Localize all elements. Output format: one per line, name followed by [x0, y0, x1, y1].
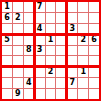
cell-r7c2[interactable] — [13, 67, 23, 77]
cell-r4c6[interactable] — [56, 35, 66, 45]
cell-r2c3[interactable] — [24, 13, 34, 23]
cell-r2c1: 6 — [2, 13, 12, 23]
cell-r6c1[interactable] — [2, 56, 12, 66]
cell-r8c7: 7 — [67, 78, 77, 88]
cell-r9c6[interactable] — [56, 89, 66, 99]
cell-r5c6[interactable] — [56, 46, 66, 56]
cell-r4c3[interactable] — [24, 35, 34, 45]
cell-r5c1[interactable] — [2, 46, 12, 56]
cell-r7c7[interactable] — [67, 67, 77, 77]
cell-r7c8: 1 — [78, 67, 88, 77]
cell-r6c7[interactable] — [67, 56, 77, 66]
cell-r1c6[interactable] — [56, 2, 66, 12]
cell-r8c2[interactable] — [13, 78, 23, 88]
cell-r3c6[interactable] — [56, 24, 66, 34]
cell-r2c5[interactable] — [46, 13, 56, 23]
cell-r4c9: 6 — [89, 35, 99, 45]
cell-r3c9[interactable] — [89, 24, 99, 34]
cell-r3c2[interactable] — [13, 24, 23, 34]
cell-r6c4[interactable] — [35, 56, 45, 66]
cell-r6c8[interactable] — [78, 56, 88, 66]
cell-r6c9[interactable] — [89, 56, 99, 66]
cell-r8c5[interactable] — [46, 78, 56, 88]
cell-r5c9[interactable] — [89, 46, 99, 56]
cell-r4c5: 1 — [46, 35, 56, 45]
cell-r3c7: 3 — [67, 24, 77, 34]
cell-r8c6[interactable] — [56, 78, 66, 88]
cell-r3c1[interactable] — [2, 24, 12, 34]
cell-r9c7[interactable] — [67, 89, 77, 99]
cell-r2c8[interactable] — [78, 13, 88, 23]
cell-r8c3: 4 — [24, 78, 34, 88]
cell-r9c1[interactable] — [2, 89, 12, 99]
cell-r2c9[interactable] — [89, 13, 99, 23]
cell-r2c7[interactable] — [67, 13, 77, 23]
cell-r6c6[interactable] — [56, 56, 66, 66]
cell-r8c1[interactable] — [2, 78, 12, 88]
cell-r8c9[interactable] — [89, 78, 99, 88]
cell-r8c4[interactable] — [35, 78, 45, 88]
cell-r9c9[interactable] — [89, 89, 99, 99]
cell-r7c6[interactable] — [56, 67, 66, 77]
cell-r7c4[interactable] — [35, 67, 45, 77]
cell-r5c8[interactable] — [78, 46, 88, 56]
cell-r1c3[interactable] — [24, 2, 34, 12]
cell-r4c1: 5 — [2, 35, 12, 45]
cell-r9c3[interactable] — [24, 89, 34, 99]
cell-r6c2[interactable] — [13, 56, 23, 66]
cell-r7c1[interactable] — [2, 67, 12, 77]
cell-r2c4[interactable] — [35, 13, 45, 23]
cell-r1c9[interactable] — [89, 2, 99, 12]
cell-r3c4: 4 — [35, 24, 45, 34]
cell-r3c5[interactable] — [46, 24, 56, 34]
cell-r3c3[interactable] — [24, 24, 34, 34]
cell-r3c8[interactable] — [78, 24, 88, 34]
cell-r9c8[interactable] — [78, 89, 88, 99]
cell-r6c5[interactable] — [46, 56, 56, 66]
cell-r5c2[interactable] — [13, 46, 23, 56]
cell-r2c2: 2 — [13, 13, 23, 23]
cell-r1c2[interactable] — [13, 2, 23, 12]
cell-r1c1: 1 — [2, 2, 12, 12]
cell-r1c7[interactable] — [67, 2, 77, 12]
cell-r7c3[interactable] — [24, 67, 34, 77]
cell-r1c4: 7 — [35, 2, 45, 12]
cell-r5c7[interactable] — [67, 46, 77, 56]
cell-r8c8[interactable] — [78, 78, 88, 88]
cell-r9c4[interactable] — [35, 89, 45, 99]
cell-r2c6[interactable] — [56, 13, 66, 23]
cell-r7c9[interactable] — [89, 67, 99, 77]
cell-r4c8: 2 — [78, 35, 88, 45]
cell-r5c4: 3 — [35, 46, 45, 56]
cell-r1c5[interactable] — [46, 2, 56, 12]
cell-r5c5[interactable] — [46, 46, 56, 56]
cell-r7c5: 2 — [46, 67, 56, 77]
cell-r4c2[interactable] — [13, 35, 23, 45]
cell-r6c3[interactable] — [24, 56, 34, 66]
cell-r9c2: 9 — [13, 89, 23, 99]
cell-r4c7[interactable] — [67, 35, 77, 45]
cell-r1c8[interactable] — [78, 2, 88, 12]
cell-r5c3: 8 — [24, 46, 34, 56]
cell-r4c4[interactable] — [35, 35, 45, 45]
sudoku-board: 17624351268321479 — [0, 0, 101, 101]
cell-r9c5[interactable] — [46, 89, 56, 99]
